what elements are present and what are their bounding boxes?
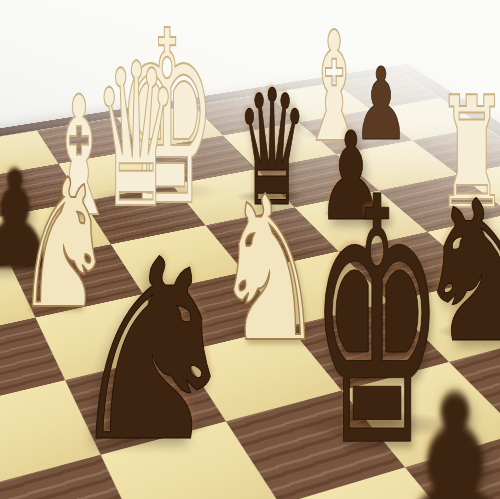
- black-knight: ♞: [63, 227, 242, 477]
- pieces-layer: ♝♟♚♛♛♜♝♟♟♞♞♞♞♚♟: [0, 0, 500, 499]
- chessboard-photo: ♝♟♚♛♛♜♝♟♟♞♞♞♞♚♟: [0, 0, 500, 499]
- black-pawn: ♟: [376, 364, 500, 499]
